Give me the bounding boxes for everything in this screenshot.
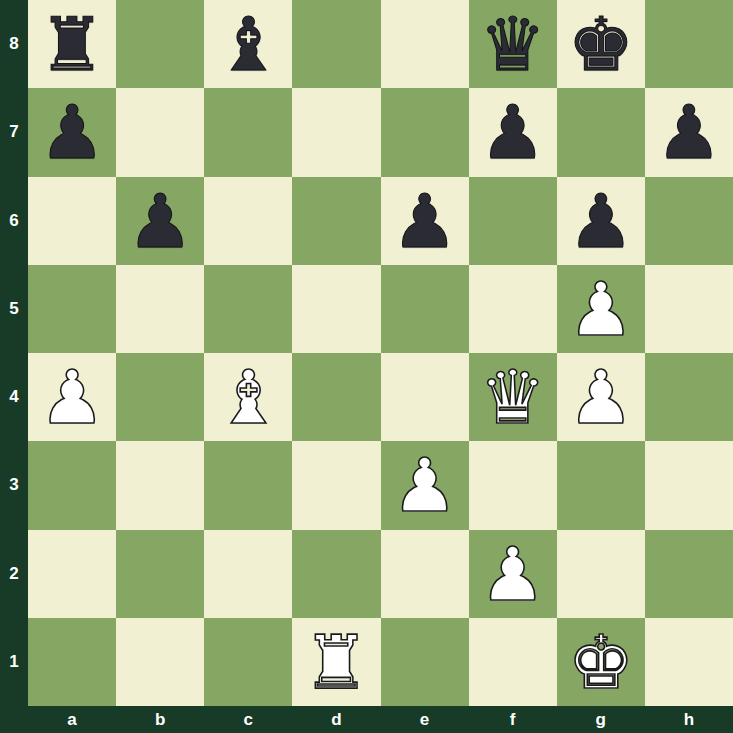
piece-black-pawn[interactable]: ♟ (116, 177, 204, 265)
square-e3[interactable]: ♟ (381, 441, 469, 529)
square-b1[interactable] (116, 618, 204, 706)
piece-black-pawn[interactable]: ♟ (557, 177, 645, 265)
square-f7[interactable]: ♟ (469, 88, 557, 176)
square-g8[interactable]: ♚ (557, 0, 645, 88)
square-h7[interactable]: ♟ (645, 88, 733, 176)
piece-black-pawn[interactable]: ♟ (469, 88, 557, 176)
square-c4[interactable]: ♝ (204, 353, 292, 441)
square-c2[interactable] (204, 530, 292, 618)
square-d4[interactable] (292, 353, 380, 441)
square-c6[interactable] (204, 177, 292, 265)
square-a4[interactable]: ♟ (28, 353, 116, 441)
square-b2[interactable] (116, 530, 204, 618)
rank-labels: 87654321 (0, 0, 28, 706)
square-d5[interactable] (292, 265, 380, 353)
square-h8[interactable] (645, 0, 733, 88)
rank-label-3: 3 (0, 441, 28, 529)
square-b6[interactable]: ♟ (116, 177, 204, 265)
square-e6[interactable]: ♟ (381, 177, 469, 265)
square-h4[interactable] (645, 353, 733, 441)
square-f6[interactable] (469, 177, 557, 265)
piece-white-pawn[interactable]: ♟ (557, 265, 645, 353)
square-a5[interactable] (28, 265, 116, 353)
file-labels: abcdefgh (28, 706, 733, 733)
file-label-b: b (116, 706, 204, 733)
square-h2[interactable] (645, 530, 733, 618)
square-g1[interactable]: ♚ (557, 618, 645, 706)
square-a2[interactable] (28, 530, 116, 618)
square-b5[interactable] (116, 265, 204, 353)
square-b3[interactable] (116, 441, 204, 529)
file-label-h: h (645, 706, 733, 733)
piece-white-pawn[interactable]: ♟ (469, 530, 557, 618)
square-f2[interactable]: ♟ (469, 530, 557, 618)
file-label-c: c (204, 706, 292, 733)
square-d7[interactable] (292, 88, 380, 176)
square-a7[interactable]: ♟ (28, 88, 116, 176)
square-a1[interactable] (28, 618, 116, 706)
square-e5[interactable] (381, 265, 469, 353)
piece-white-queen[interactable]: ♛ (469, 353, 557, 441)
file-label-g: g (557, 706, 645, 733)
square-b8[interactable] (116, 0, 204, 88)
square-e7[interactable] (381, 88, 469, 176)
square-f4[interactable]: ♛ (469, 353, 557, 441)
piece-black-king[interactable]: ♚ (557, 0, 645, 88)
square-h1[interactable] (645, 618, 733, 706)
square-a6[interactable] (28, 177, 116, 265)
square-a3[interactable] (28, 441, 116, 529)
square-a8[interactable]: ♜ (28, 0, 116, 88)
rank-label-5: 5 (0, 265, 28, 353)
square-c3[interactable] (204, 441, 292, 529)
piece-white-bishop[interactable]: ♝ (204, 353, 292, 441)
square-h3[interactable] (645, 441, 733, 529)
file-label-f: f (469, 706, 557, 733)
piece-black-pawn[interactable]: ♟ (645, 88, 733, 176)
square-g2[interactable] (557, 530, 645, 618)
square-f3[interactable] (469, 441, 557, 529)
square-g3[interactable] (557, 441, 645, 529)
square-e4[interactable] (381, 353, 469, 441)
rank-label-6: 6 (0, 177, 28, 265)
piece-black-bishop[interactable]: ♝ (204, 0, 292, 88)
square-f8[interactable]: ♛ (469, 0, 557, 88)
piece-white-pawn[interactable]: ♟ (28, 353, 116, 441)
square-e1[interactable] (381, 618, 469, 706)
square-d3[interactable] (292, 441, 380, 529)
piece-black-pawn[interactable]: ♟ (28, 88, 116, 176)
square-d6[interactable] (292, 177, 380, 265)
square-h5[interactable] (645, 265, 733, 353)
square-g4[interactable]: ♟ (557, 353, 645, 441)
square-c8[interactable]: ♝ (204, 0, 292, 88)
square-b7[interactable] (116, 88, 204, 176)
square-b4[interactable] (116, 353, 204, 441)
square-f5[interactable] (469, 265, 557, 353)
square-c1[interactable] (204, 618, 292, 706)
file-label-e: e (381, 706, 469, 733)
square-c7[interactable] (204, 88, 292, 176)
rank-label-7: 7 (0, 88, 28, 176)
square-d2[interactable] (292, 530, 380, 618)
file-label-d: d (292, 706, 380, 733)
square-d8[interactable] (292, 0, 380, 88)
file-label-a: a (28, 706, 116, 733)
square-c5[interactable] (204, 265, 292, 353)
square-g6[interactable]: ♟ (557, 177, 645, 265)
square-e2[interactable] (381, 530, 469, 618)
square-g7[interactable] (557, 88, 645, 176)
rank-label-2: 2 (0, 530, 28, 618)
square-f1[interactable] (469, 618, 557, 706)
piece-black-queen[interactable]: ♛ (469, 0, 557, 88)
chess-board: ♜♝♛♚♟♟♟♟♟♟♟♟♝♛♟♟♟♜♚ (28, 0, 733, 706)
board-corner (0, 706, 28, 733)
rank-label-4: 4 (0, 353, 28, 441)
square-d1[interactable]: ♜ (292, 618, 380, 706)
piece-white-pawn[interactable]: ♟ (381, 441, 469, 529)
piece-black-pawn[interactable]: ♟ (381, 177, 469, 265)
piece-white-pawn[interactable]: ♟ (557, 353, 645, 441)
square-g5[interactable]: ♟ (557, 265, 645, 353)
chess-board-frame: 87654321 ♜♝♛♚♟♟♟♟♟♟♟♟♝♛♟♟♟♜♚ abcdefgh (0, 0, 733, 733)
square-e8[interactable] (381, 0, 469, 88)
rank-label-1: 1 (0, 618, 28, 706)
rank-label-8: 8 (0, 0, 28, 88)
piece-white-rook[interactable]: ♜ (292, 618, 380, 706)
piece-white-king[interactable]: ♚ (557, 618, 645, 706)
square-h6[interactable] (645, 177, 733, 265)
piece-black-rook[interactable]: ♜ (28, 0, 116, 88)
